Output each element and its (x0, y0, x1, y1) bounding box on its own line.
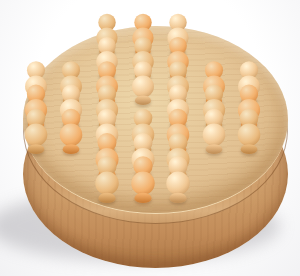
peg-body-ball (60, 123, 83, 146)
peg-body-ball (202, 123, 225, 146)
peg-body-ball (131, 172, 154, 195)
peg-base (134, 95, 150, 105)
hole-cell-r0c1 (54, 31, 90, 56)
peg-solitaire-product-photo (0, 0, 300, 276)
hole-cell-r4c5 (196, 129, 232, 154)
peg-base (205, 144, 222, 154)
peg-base (241, 144, 258, 154)
peg-body-ball (238, 123, 261, 146)
peg-base (63, 144, 80, 154)
hole-cell-r0c5 (196, 31, 232, 56)
hole-cell-r2c3 (125, 80, 161, 105)
peg-r6c3[interactable] (131, 156, 154, 203)
hole-cell-r5c0 (18, 154, 54, 179)
hole-cell-r6c2 (89, 179, 125, 204)
hole-cell-r6c5 (196, 179, 232, 204)
peg-r4c1[interactable] (60, 109, 83, 154)
peg-body-ball (95, 172, 118, 195)
hole-cell-r6c0 (18, 179, 54, 204)
peg-r6c2[interactable] (95, 156, 118, 203)
hole-cell-r5c1 (54, 154, 90, 179)
hole-cell-r6c4 (160, 179, 196, 204)
hole-cell-r6c3 (125, 179, 161, 204)
hole-cell-r0c6 (232, 31, 268, 56)
peg-base (27, 144, 44, 154)
peg-base (98, 193, 115, 203)
hole-cell-r4c1 (54, 129, 90, 154)
peg-solitaire-hole-grid (18, 31, 267, 203)
hole-cell-r6c1 (54, 179, 90, 204)
peg-r6c4[interactable] (166, 156, 189, 203)
peg-r2c3[interactable] (132, 61, 154, 105)
peg-r4c6[interactable] (238, 109, 261, 154)
peg-body-ball (24, 123, 47, 146)
peg-base (134, 193, 151, 203)
peg-body-ball (132, 75, 154, 97)
hole-cell-r5c5 (196, 154, 232, 179)
peg-body-ball (166, 172, 189, 195)
hole-cell-r6c6 (232, 179, 268, 204)
peg-r4c5[interactable] (202, 109, 225, 154)
peg-base (170, 193, 187, 203)
hole-cell-r0c0 (18, 31, 54, 56)
peg-r4c0[interactable] (24, 109, 47, 154)
hole-cell-r5c6 (232, 154, 268, 179)
hole-cell-r4c6 (232, 129, 268, 154)
hole-cell-r4c0 (18, 129, 54, 154)
